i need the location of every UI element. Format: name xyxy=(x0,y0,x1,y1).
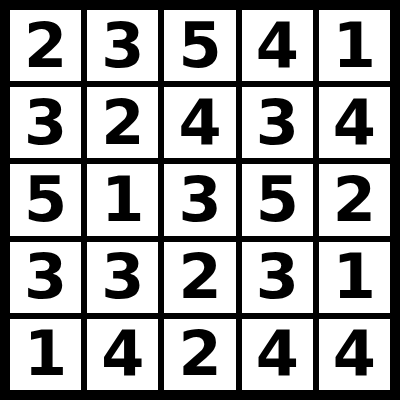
grid-cell-r2c2[interactable]: 2 xyxy=(87,87,158,158)
grid-cell-r5c3[interactable]: 2 xyxy=(164,319,235,390)
grid-cell-r3c1[interactable]: 5 xyxy=(10,164,81,235)
grid-cell-r4c4[interactable]: 3 xyxy=(242,242,313,313)
grid-cell-r5c2[interactable]: 4 xyxy=(87,319,158,390)
grid-cell-r4c3[interactable]: 2 xyxy=(164,242,235,313)
grid-cell-r1c3[interactable]: 5 xyxy=(164,10,235,81)
grid-cell-r2c5[interactable]: 4 xyxy=(319,87,390,158)
grid-cell-r2c4[interactable]: 3 xyxy=(242,87,313,158)
grid-cell-r2c3[interactable]: 4 xyxy=(164,87,235,158)
grid-cell-r2c1[interactable]: 3 xyxy=(10,87,81,158)
grid-cell-r4c1[interactable]: 3 xyxy=(10,242,81,313)
grid-cell-r4c5[interactable]: 1 xyxy=(319,242,390,313)
grid-cell-r3c3[interactable]: 3 xyxy=(164,164,235,235)
grid-cell-r3c5[interactable]: 2 xyxy=(319,164,390,235)
grid-cell-r1c4[interactable]: 4 xyxy=(242,10,313,81)
grid-cell-r4c2[interactable]: 3 xyxy=(87,242,158,313)
grid-cell-r5c4[interactable]: 4 xyxy=(242,319,313,390)
grid-cell-r3c2[interactable]: 1 xyxy=(87,164,158,235)
grid-cell-r5c1[interactable]: 1 xyxy=(10,319,81,390)
puzzle-board: 2 3 5 4 1 3 2 4 3 4 5 1 3 5 2 3 3 2 3 1 … xyxy=(0,0,400,400)
grid-cell-r5c5[interactable]: 4 xyxy=(319,319,390,390)
grid-cell-r3c4[interactable]: 5 xyxy=(242,164,313,235)
grid-cell-r1c2[interactable]: 3 xyxy=(87,10,158,81)
grid-cell-r1c1[interactable]: 2 xyxy=(10,10,81,81)
grid-cell-r1c5[interactable]: 1 xyxy=(319,10,390,81)
